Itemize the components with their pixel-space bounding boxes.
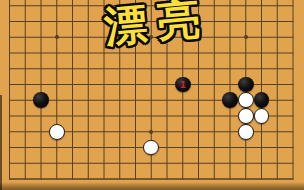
star-point <box>244 35 248 39</box>
black-stone <box>254 92 270 108</box>
black-stone: 1 <box>175 77 191 93</box>
star-point <box>149 35 153 39</box>
white-stone <box>238 92 254 108</box>
left-edge-artifact <box>0 95 2 190</box>
video-frame: 1 漂 亮 <box>0 0 304 190</box>
black-stone <box>222 92 238 108</box>
white-stone <box>238 124 254 140</box>
white-stone <box>238 108 254 124</box>
star-point <box>149 130 153 134</box>
star-point <box>55 35 59 39</box>
black-stone <box>238 77 254 93</box>
white-stone <box>254 108 270 124</box>
stone-layer: 1 <box>2 0 301 187</box>
black-stone <box>33 92 49 108</box>
bottom-edge-shadow <box>0 182 304 190</box>
white-stone <box>143 140 159 156</box>
move-number-label: 1 <box>179 79 186 89</box>
white-stone <box>49 124 65 140</box>
